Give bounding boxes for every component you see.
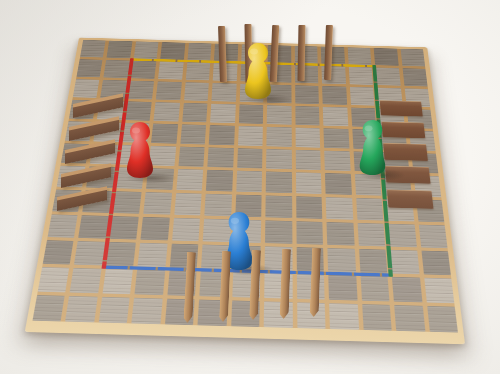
board-square[interactable]	[356, 198, 384, 221]
wall-piece-top-rack[interactable]	[218, 26, 227, 82]
board-square[interactable]	[186, 62, 211, 80]
board-square[interactable]	[131, 61, 157, 79]
board-square[interactable]	[296, 173, 322, 195]
board-square[interactable]	[80, 40, 106, 58]
board-square[interactable]	[374, 48, 399, 66]
board-square[interactable]	[402, 68, 427, 86]
board-square[interactable]	[77, 59, 103, 77]
board-square[interactable]	[144, 192, 172, 215]
board-square[interactable]	[347, 47, 371, 65]
board-square[interactable]	[357, 223, 385, 247]
board-square[interactable]	[210, 103, 235, 123]
board-square[interactable]	[329, 303, 358, 330]
pawn-red-figure	[115, 121, 165, 179]
board-square[interactable]	[296, 221, 323, 245]
board-square[interactable]	[66, 296, 98, 322]
board-square[interactable]	[126, 101, 153, 120]
board-square[interactable]	[295, 85, 319, 104]
board-square[interactable]	[107, 41, 132, 59]
pawn-yellow-figure	[235, 42, 281, 100]
board-square[interactable]	[110, 216, 139, 239]
wall-piece-top-rack[interactable]	[324, 25, 333, 80]
board-square[interactable]	[106, 242, 136, 266]
board-square[interactable]	[326, 197, 353, 220]
pawn-yellow[interactable]	[235, 42, 281, 104]
board-square[interactable]	[180, 124, 206, 144]
board-square[interactable]	[239, 104, 264, 124]
board-square[interactable]	[324, 150, 350, 171]
board-square[interactable]	[238, 126, 263, 146]
board-square[interactable]	[350, 87, 375, 106]
board-square[interactable]	[99, 297, 130, 323]
board-square[interactable]	[266, 172, 292, 194]
board-square[interactable]	[295, 106, 320, 126]
board-square[interactable]	[182, 103, 208, 123]
board-square[interactable]	[237, 148, 263, 169]
board-square[interactable]	[135, 270, 165, 295]
board-square[interactable]	[266, 149, 291, 170]
board-square[interactable]	[158, 61, 183, 79]
board-square[interactable]	[176, 169, 203, 191]
board-square[interactable]	[377, 87, 402, 106]
board-square[interactable]	[322, 86, 347, 105]
board-square[interactable]	[236, 171, 262, 193]
board-square[interactable]	[73, 79, 100, 98]
board-square[interactable]	[38, 267, 70, 292]
board-square[interactable]	[134, 41, 159, 59]
board-square[interactable]	[138, 243, 168, 267]
board-square[interactable]	[267, 126, 292, 146]
board-square[interactable]	[266, 196, 292, 219]
board-square[interactable]	[172, 218, 200, 241]
board-square[interactable]	[267, 105, 291, 125]
board-square[interactable]	[128, 81, 154, 100]
board-square[interactable]	[362, 304, 392, 331]
board-square[interactable]	[421, 251, 451, 276]
board-square[interactable]	[325, 173, 352, 195]
board-square[interactable]	[212, 83, 237, 102]
board-square[interactable]	[359, 249, 388, 274]
board-square[interactable]	[404, 88, 430, 107]
board-square[interactable]	[406, 109, 432, 129]
board-square[interactable]	[161, 42, 186, 60]
board-square[interactable]	[328, 275, 357, 301]
board-square[interactable]	[324, 128, 350, 148]
board-square[interactable]	[184, 82, 209, 101]
board-square[interactable]	[427, 306, 458, 333]
board-square[interactable]	[79, 215, 109, 238]
board-square[interactable]	[104, 60, 130, 78]
board-square[interactable]	[208, 147, 234, 168]
board-square[interactable]	[424, 278, 455, 304]
board-square[interactable]	[375, 67, 400, 85]
board-square[interactable]	[141, 217, 170, 240]
board-square[interactable]	[206, 170, 233, 192]
board-square[interactable]	[295, 149, 321, 170]
board-square[interactable]	[394, 305, 425, 332]
pawn-green[interactable]	[350, 119, 395, 180]
board-square[interactable]	[74, 241, 105, 265]
pawn-red[interactable]	[115, 121, 165, 183]
board-square[interactable]	[296, 197, 323, 220]
board-square[interactable]	[416, 200, 445, 223]
board-square[interactable]	[392, 277, 422, 303]
board-square[interactable]	[113, 191, 142, 214]
board-square[interactable]	[102, 269, 133, 294]
board-square[interactable]	[265, 221, 292, 245]
board-square[interactable]	[295, 127, 320, 147]
board-square[interactable]	[187, 43, 211, 61]
board-square[interactable]	[348, 67, 373, 85]
board-square[interactable]	[409, 130, 436, 150]
board-square[interactable]	[327, 222, 355, 246]
board-square[interactable]	[32, 295, 65, 321]
board-square[interactable]	[323, 107, 348, 127]
board-square[interactable]	[386, 199, 414, 222]
board-square[interactable]	[360, 276, 389, 302]
board-square[interactable]	[48, 215, 78, 238]
photo-background	[0, 0, 500, 374]
board-square[interactable]	[43, 240, 74, 264]
pawn-green-figure	[350, 119, 395, 176]
wall-piece-top-rack[interactable]	[297, 25, 305, 81]
board-square[interactable]	[70, 268, 101, 293]
board-square[interactable]	[178, 146, 205, 167]
board-square[interactable]	[327, 248, 355, 273]
board-square[interactable]	[411, 153, 438, 174]
board-square[interactable]	[390, 250, 419, 275]
board-square[interactable]	[400, 49, 425, 67]
board-square[interactable]	[156, 81, 182, 100]
board-square[interactable]	[388, 224, 417, 248]
board-square[interactable]	[413, 176, 441, 198]
board-square[interactable]	[174, 193, 202, 216]
board-square[interactable]	[209, 125, 235, 145]
board-square[interactable]	[154, 102, 180, 121]
board-square[interactable]	[132, 298, 163, 324]
board-square[interactable]	[418, 225, 447, 249]
